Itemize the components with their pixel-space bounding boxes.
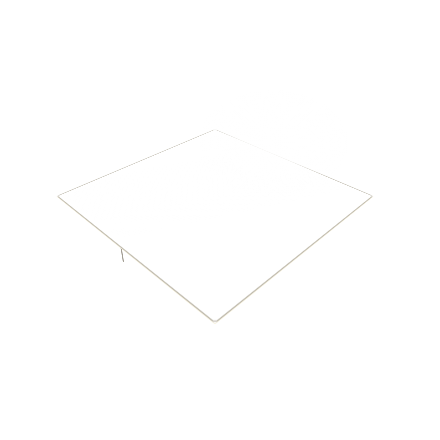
board-field: [73, 135, 357, 306]
product-photo-scene: [0, 0, 440, 440]
board-frame: [57, 129, 374, 323]
